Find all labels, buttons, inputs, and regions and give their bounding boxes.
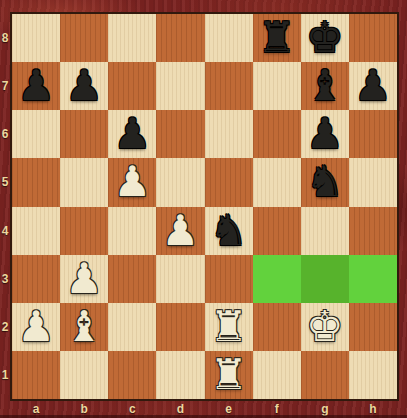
square-b8[interactable]	[60, 14, 108, 62]
square-a5[interactable]	[12, 158, 60, 206]
square-e8[interactable]	[205, 14, 253, 62]
square-b3[interactable]: ♟	[60, 255, 108, 303]
square-f5[interactable]	[253, 158, 301, 206]
square-c1[interactable]	[108, 351, 156, 399]
square-d1[interactable]	[156, 351, 204, 399]
black-bishop-g7[interactable]: ♝	[306, 62, 344, 110]
square-a3[interactable]	[12, 255, 60, 303]
black-king-g8[interactable]: ♚	[306, 14, 344, 62]
square-e7[interactable]	[205, 62, 253, 110]
white-rook-e2[interactable]: ♜	[210, 303, 248, 351]
rank-label-2: 2	[0, 303, 10, 351]
rank-label-3: 3	[0, 255, 10, 303]
file-label-g: g	[301, 401, 349, 417]
square-g4[interactable]	[301, 207, 349, 255]
square-b6[interactable]	[60, 110, 108, 158]
square-b1[interactable]	[60, 351, 108, 399]
square-g3[interactable]	[301, 255, 349, 303]
file-label-d: d	[156, 401, 204, 417]
black-pawn-h7[interactable]: ♟	[354, 62, 392, 110]
square-e4[interactable]: ♞	[205, 207, 253, 255]
black-pawn-c6[interactable]: ♟	[113, 110, 151, 158]
square-c2[interactable]	[108, 303, 156, 351]
square-a8[interactable]	[12, 14, 60, 62]
square-h1[interactable]	[349, 351, 397, 399]
square-b5[interactable]	[60, 158, 108, 206]
square-g2[interactable]: ♚	[301, 303, 349, 351]
board-border: ♜♚♟♟♝♟♟♟♟♞♟♞♟♟♝♜♚♜	[10, 12, 399, 401]
square-h6[interactable]	[349, 110, 397, 158]
file-label-e: e	[205, 401, 253, 417]
rank-label-1: 1	[0, 351, 10, 399]
square-g8[interactable]: ♚	[301, 14, 349, 62]
square-f8[interactable]: ♜	[253, 14, 301, 62]
square-a2[interactable]: ♟	[12, 303, 60, 351]
file-label-f: f	[253, 401, 301, 417]
square-g7[interactable]: ♝	[301, 62, 349, 110]
square-f1[interactable]	[253, 351, 301, 399]
square-a7[interactable]: ♟	[12, 62, 60, 110]
square-f4[interactable]	[253, 207, 301, 255]
rank-label-4: 4	[0, 207, 10, 255]
white-pawn-b3[interactable]: ♟	[65, 255, 103, 303]
square-c8[interactable]	[108, 14, 156, 62]
black-pawn-g6[interactable]: ♟	[306, 110, 344, 158]
square-c5[interactable]: ♟	[108, 158, 156, 206]
square-d2[interactable]	[156, 303, 204, 351]
square-a4[interactable]	[12, 207, 60, 255]
file-labels: abcdefgh	[12, 401, 397, 417]
rank-labels: 87654321	[0, 14, 10, 399]
square-c3[interactable]	[108, 255, 156, 303]
square-h8[interactable]	[349, 14, 397, 62]
square-h7[interactable]: ♟	[349, 62, 397, 110]
square-h5[interactable]	[349, 158, 397, 206]
black-rook-f8[interactable]: ♜	[258, 14, 296, 62]
square-d8[interactable]	[156, 14, 204, 62]
square-d4[interactable]: ♟	[156, 207, 204, 255]
square-c6[interactable]: ♟	[108, 110, 156, 158]
square-f3[interactable]	[253, 255, 301, 303]
square-c7[interactable]	[108, 62, 156, 110]
file-label-a: a	[12, 401, 60, 417]
rank-label-8: 8	[0, 14, 10, 62]
square-h2[interactable]	[349, 303, 397, 351]
square-d3[interactable]	[156, 255, 204, 303]
board-frame: 87654321 ♜♚♟♟♝♟♟♟♟♞♟♞♟♟♝♜♚♜ abcdefgh	[0, 0, 407, 418]
square-f6[interactable]	[253, 110, 301, 158]
black-pawn-b7[interactable]: ♟	[65, 62, 103, 110]
file-label-b: b	[60, 401, 108, 417]
square-c4[interactable]	[108, 207, 156, 255]
square-e1[interactable]: ♜	[205, 351, 253, 399]
white-rook-e1[interactable]: ♜	[210, 351, 248, 399]
rank-label-7: 7	[0, 62, 10, 110]
square-d6[interactable]	[156, 110, 204, 158]
square-d5[interactable]	[156, 158, 204, 206]
square-e2[interactable]: ♜	[205, 303, 253, 351]
white-bishop-b2[interactable]: ♝	[65, 303, 103, 351]
square-a6[interactable]	[12, 110, 60, 158]
square-g1[interactable]	[301, 351, 349, 399]
square-b4[interactable]	[60, 207, 108, 255]
white-pawn-c5[interactable]: ♟	[113, 158, 151, 206]
square-a1[interactable]	[12, 351, 60, 399]
square-f2[interactable]	[253, 303, 301, 351]
square-g5[interactable]: ♞	[301, 158, 349, 206]
square-h3[interactable]	[349, 255, 397, 303]
black-pawn-a7[interactable]: ♟	[17, 62, 55, 110]
square-b7[interactable]: ♟	[60, 62, 108, 110]
square-h4[interactable]	[349, 207, 397, 255]
square-e5[interactable]	[205, 158, 253, 206]
square-e3[interactable]	[205, 255, 253, 303]
file-label-c: c	[108, 401, 156, 417]
chess-board: ♜♚♟♟♝♟♟♟♟♞♟♞♟♟♝♜♚♜	[12, 14, 397, 399]
square-b2[interactable]: ♝	[60, 303, 108, 351]
file-label-h: h	[349, 401, 397, 417]
square-g6[interactable]: ♟	[301, 110, 349, 158]
square-f7[interactable]	[253, 62, 301, 110]
square-d7[interactable]	[156, 62, 204, 110]
white-king-g2[interactable]: ♚	[306, 303, 344, 351]
white-pawn-d4[interactable]: ♟	[162, 207, 200, 255]
rank-label-6: 6	[0, 110, 10, 158]
white-pawn-a2[interactable]: ♟	[17, 303, 55, 351]
black-knight-e4[interactable]: ♞	[210, 207, 248, 255]
black-knight-g5[interactable]: ♞	[306, 158, 344, 206]
rank-label-5: 5	[0, 158, 10, 206]
square-e6[interactable]	[205, 110, 253, 158]
